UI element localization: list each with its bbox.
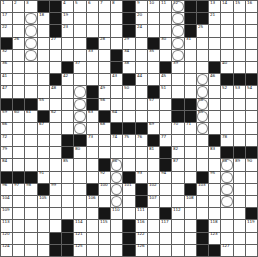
cell[interactable]: 85 — [62, 159, 73, 170]
cell[interactable] — [87, 13, 98, 24]
cell[interactable]: 84 — [1, 159, 12, 170]
cell[interactable] — [50, 50, 61, 61]
cell[interactable] — [99, 74, 110, 85]
cell[interactable]: 55 — [38, 99, 49, 110]
cell[interactable] — [136, 159, 147, 170]
cell[interactable]: 122 — [136, 233, 147, 244]
cell[interactable]: 69 — [148, 123, 159, 134]
cell[interactable]: 19 — [62, 13, 73, 24]
cell[interactable]: 4 — [62, 1, 73, 12]
cell[interactable]: 79 — [1, 147, 12, 158]
cell[interactable] — [136, 86, 147, 97]
cell[interactable] — [111, 184, 122, 195]
cell[interactable]: 64 — [111, 111, 122, 122]
cell[interactable] — [62, 123, 73, 134]
cell[interactable] — [209, 111, 220, 122]
cell[interactable] — [209, 196, 220, 207]
cell[interactable] — [148, 159, 159, 170]
cell[interactable] — [172, 13, 183, 24]
cell[interactable] — [148, 111, 159, 122]
cell[interactable] — [111, 25, 122, 36]
cell[interactable] — [197, 208, 208, 219]
cell[interactable] — [197, 50, 208, 61]
cell[interactable]: 86 — [111, 159, 122, 170]
cell[interactable] — [50, 62, 61, 73]
cell[interactable] — [62, 86, 73, 97]
cell[interactable]: 93 — [136, 172, 147, 183]
cell[interactable] — [38, 233, 49, 244]
cell[interactable] — [74, 172, 85, 183]
cell[interactable] — [62, 196, 73, 207]
cell[interactable] — [25, 233, 36, 244]
cell[interactable]: 88 — [221, 159, 232, 170]
cell[interactable]: 50 — [123, 86, 134, 97]
cell[interactable] — [197, 38, 208, 49]
cell[interactable] — [99, 196, 110, 207]
cell[interactable] — [74, 74, 85, 85]
cell[interactable]: 8 — [111, 1, 122, 12]
cell[interactable] — [221, 184, 232, 195]
cell[interactable] — [25, 38, 36, 49]
cell[interactable]: 23 — [62, 25, 73, 36]
cell[interactable]: 30 — [160, 38, 171, 49]
cell[interactable]: 40 — [221, 62, 232, 73]
cell[interactable]: 108 — [185, 196, 196, 207]
cell[interactable] — [50, 147, 61, 158]
cell[interactable] — [13, 74, 24, 85]
cell[interactable] — [111, 147, 122, 158]
cell[interactable]: 111 — [136, 208, 147, 219]
cell[interactable]: 101 — [123, 184, 134, 195]
cell[interactable] — [172, 86, 183, 97]
cell[interactable] — [25, 135, 36, 146]
cell[interactable] — [209, 159, 220, 170]
cell[interactable] — [148, 62, 159, 73]
cell[interactable]: 97 — [13, 184, 24, 195]
cell[interactable] — [13, 13, 24, 24]
cell[interactable] — [197, 62, 208, 73]
cell[interactable]: 29 — [123, 38, 134, 49]
cell[interactable] — [99, 13, 110, 24]
cell[interactable]: 123 — [209, 233, 220, 244]
cell[interactable]: 92 — [99, 172, 110, 183]
cell[interactable] — [209, 38, 220, 49]
cell[interactable] — [185, 159, 196, 170]
cell[interactable] — [25, 147, 36, 158]
cell[interactable] — [13, 25, 24, 36]
cell[interactable] — [74, 123, 85, 134]
cell[interactable]: 34 — [123, 50, 134, 61]
cell[interactable] — [234, 111, 245, 122]
cell[interactable] — [185, 220, 196, 231]
cell[interactable]: 106 — [87, 196, 98, 207]
cell[interactable] — [160, 13, 171, 24]
cell[interactable] — [111, 13, 122, 24]
cell[interactable]: 54 — [246, 86, 257, 97]
cell[interactable] — [234, 62, 245, 73]
cell[interactable] — [185, 86, 196, 97]
cell[interactable] — [136, 99, 147, 110]
cell[interactable]: 116 — [136, 220, 147, 231]
cell[interactable] — [185, 74, 196, 85]
cell[interactable] — [209, 123, 220, 134]
cell[interactable] — [221, 196, 232, 207]
cell[interactable] — [123, 196, 134, 207]
cell[interactable]: 46 — [209, 74, 220, 85]
cell[interactable]: 41 — [1, 74, 12, 85]
cell[interactable]: 24 — [136, 25, 147, 36]
cell[interactable] — [160, 184, 171, 195]
cell[interactable] — [172, 25, 183, 36]
cell[interactable] — [87, 172, 98, 183]
cell[interactable]: 121 — [74, 233, 85, 244]
cell[interactable] — [25, 74, 36, 85]
cell[interactable]: 94 — [160, 172, 171, 183]
cell[interactable]: 28 — [99, 38, 110, 49]
cell[interactable] — [234, 123, 245, 134]
cell[interactable]: 18 — [38, 13, 49, 24]
cell[interactable]: 83 — [209, 147, 220, 158]
cell[interactable]: 109 — [1, 208, 12, 219]
cell[interactable] — [246, 172, 257, 183]
cell[interactable] — [87, 62, 98, 73]
cell[interactable] — [111, 233, 122, 244]
cell[interactable]: 107 — [148, 196, 159, 207]
cell[interactable] — [38, 62, 49, 73]
cell[interactable]: 91 — [38, 172, 49, 183]
cell[interactable]: 37 — [74, 62, 85, 73]
cell[interactable]: 71 — [185, 123, 196, 134]
cell[interactable]: 70 — [172, 123, 183, 134]
cell[interactable]: 100 — [99, 184, 110, 195]
cell[interactable] — [13, 123, 24, 134]
cell[interactable] — [160, 196, 171, 207]
cell[interactable]: 33 — [87, 50, 98, 61]
cell[interactable] — [209, 208, 220, 219]
cell[interactable] — [172, 172, 183, 183]
cell[interactable]: 60 — [13, 111, 24, 122]
cell[interactable] — [74, 196, 85, 207]
cell[interactable] — [50, 196, 61, 207]
cell[interactable] — [111, 172, 122, 183]
cell[interactable] — [38, 135, 49, 146]
cell[interactable]: 25 — [197, 25, 208, 36]
cell[interactable] — [221, 123, 232, 134]
cell[interactable] — [87, 74, 98, 85]
cell[interactable] — [185, 135, 196, 146]
cell[interactable] — [25, 159, 36, 170]
cell[interactable] — [246, 111, 257, 122]
cell[interactable] — [25, 208, 36, 219]
cell[interactable]: 57 — [148, 99, 159, 110]
cell[interactable] — [221, 13, 232, 24]
cell[interactable] — [111, 245, 122, 256]
cell[interactable]: 81 — [148, 147, 159, 158]
cell[interactable] — [25, 245, 36, 256]
cell[interactable] — [99, 147, 110, 158]
cell[interactable] — [38, 74, 49, 85]
cell[interactable] — [99, 245, 110, 256]
cell[interactable] — [185, 245, 196, 256]
cell[interactable] — [221, 99, 232, 110]
cell[interactable] — [136, 50, 147, 61]
cell[interactable] — [221, 50, 232, 61]
cell[interactable] — [25, 196, 36, 207]
cell[interactable] — [197, 74, 208, 85]
cell[interactable] — [197, 147, 208, 158]
cell[interactable] — [246, 13, 257, 24]
cell[interactable]: 61 — [25, 111, 36, 122]
cell[interactable] — [185, 50, 196, 61]
cell[interactable]: 44 — [136, 74, 147, 85]
cell[interactable]: 20 — [136, 13, 147, 24]
cell[interactable] — [87, 147, 98, 158]
cell[interactable] — [234, 38, 245, 49]
cell[interactable]: 1 — [1, 1, 12, 12]
cell[interactable] — [234, 220, 245, 231]
cell[interactable]: 105 — [38, 196, 49, 207]
cell[interactable] — [25, 13, 36, 24]
cell[interactable] — [197, 123, 208, 134]
cell[interactable] — [148, 208, 159, 219]
cell[interactable]: 38 — [123, 62, 134, 73]
cell[interactable]: 63 — [87, 111, 98, 122]
cell[interactable] — [234, 208, 245, 219]
cell[interactable] — [62, 38, 73, 49]
cell[interactable] — [87, 245, 98, 256]
cell[interactable] — [197, 196, 208, 207]
cell[interactable] — [221, 38, 232, 49]
cell[interactable] — [185, 62, 196, 73]
cell[interactable]: 26 — [13, 38, 24, 49]
cell[interactable]: 6 — [87, 1, 98, 12]
cell[interactable] — [13, 245, 24, 256]
cell[interactable] — [50, 172, 61, 183]
cell[interactable]: 47 — [1, 86, 12, 97]
cell[interactable]: 62 — [50, 111, 61, 122]
cell[interactable]: 9 — [136, 1, 147, 12]
cell[interactable]: 51 — [160, 86, 171, 97]
cell[interactable] — [234, 184, 245, 195]
cell[interactable] — [160, 111, 171, 122]
cell[interactable] — [209, 25, 220, 36]
cell[interactable]: 78 — [221, 135, 232, 146]
cell[interactable] — [209, 86, 220, 97]
cell[interactable] — [197, 135, 208, 146]
cell[interactable] — [148, 233, 159, 244]
cell[interactable] — [136, 147, 147, 158]
cell[interactable] — [185, 147, 196, 158]
cell[interactable]: 14 — [221, 1, 232, 12]
cell[interactable] — [50, 99, 61, 110]
cell[interactable]: 36 — [1, 62, 12, 73]
cell[interactable]: 49 — [99, 86, 110, 97]
cell[interactable] — [160, 233, 171, 244]
cell[interactable] — [62, 208, 73, 219]
cell[interactable] — [172, 233, 183, 244]
cell[interactable]: 102 — [148, 184, 159, 195]
cell[interactable]: 74 — [111, 135, 122, 146]
cell[interactable]: 127 — [221, 245, 232, 256]
cell[interactable] — [111, 86, 122, 97]
cell[interactable] — [221, 208, 232, 219]
cell[interactable] — [38, 159, 49, 170]
cell[interactable]: 21 — [209, 13, 220, 24]
cell[interactable] — [172, 50, 183, 61]
cell[interactable] — [209, 184, 220, 195]
cell[interactable] — [74, 38, 85, 49]
cell[interactable]: 87 — [172, 159, 183, 170]
cell[interactable] — [74, 99, 85, 110]
cell[interactable] — [74, 111, 85, 122]
cell[interactable] — [13, 233, 24, 244]
cell[interactable] — [50, 135, 61, 146]
cell[interactable] — [74, 184, 85, 195]
cell[interactable] — [148, 172, 159, 183]
cell[interactable] — [148, 245, 159, 256]
cell[interactable]: 77 — [160, 135, 171, 146]
cell[interactable] — [50, 123, 61, 134]
cell[interactable] — [13, 208, 24, 219]
cell[interactable] — [62, 99, 73, 110]
cell[interactable] — [99, 135, 110, 146]
cell[interactable]: 5 — [74, 1, 85, 12]
cell[interactable] — [87, 220, 98, 231]
cell[interactable]: 48 — [50, 86, 61, 97]
cell[interactable] — [13, 86, 24, 97]
cell[interactable] — [123, 159, 134, 170]
cell[interactable] — [38, 147, 49, 158]
cell[interactable]: 42 — [62, 74, 73, 85]
cell[interactable]: 75 — [123, 135, 134, 146]
cell[interactable] — [234, 196, 245, 207]
cell[interactable]: 114 — [74, 220, 85, 231]
cell[interactable]: 56 — [99, 99, 110, 110]
cell[interactable] — [74, 86, 85, 97]
cell[interactable] — [38, 38, 49, 49]
cell[interactable]: 90 — [246, 159, 257, 170]
cell[interactable] — [246, 25, 257, 36]
cell[interactable] — [25, 25, 36, 36]
cell[interactable] — [160, 25, 171, 36]
cell[interactable] — [38, 25, 49, 36]
cell[interactable]: 52 — [221, 86, 232, 97]
cell[interactable]: 110 — [111, 208, 122, 219]
cell[interactable] — [185, 233, 196, 244]
cell[interactable]: 15 — [234, 1, 245, 12]
cell[interactable] — [172, 220, 183, 231]
cell[interactable]: 22 — [1, 25, 12, 36]
cell[interactable] — [99, 233, 110, 244]
cell[interactable] — [25, 62, 36, 73]
cell[interactable]: 117 — [160, 220, 171, 231]
cell[interactable] — [38, 220, 49, 231]
cell[interactable] — [172, 38, 183, 49]
cell[interactable] — [111, 220, 122, 231]
cell[interactable]: 98 — [25, 184, 36, 195]
cell[interactable]: 73 — [87, 135, 98, 146]
cell[interactable] — [185, 208, 196, 219]
cell[interactable] — [221, 111, 232, 122]
cell[interactable]: 27 — [50, 38, 61, 49]
cell[interactable]: 124 — [1, 245, 12, 256]
cell[interactable] — [197, 86, 208, 97]
cell[interactable] — [246, 233, 257, 244]
cell[interactable] — [25, 86, 36, 97]
cell[interactable]: 113 — [1, 220, 12, 231]
cell[interactable]: 3 — [25, 1, 36, 12]
cell[interactable] — [234, 172, 245, 183]
cell[interactable] — [25, 220, 36, 231]
cell[interactable]: 119 — [246, 220, 257, 231]
cell[interactable]: 96 — [1, 184, 12, 195]
cell[interactable]: 125 — [74, 245, 85, 256]
cell[interactable] — [50, 159, 61, 170]
cell[interactable]: 80 — [74, 147, 85, 158]
cell[interactable]: 67 — [38, 123, 49, 134]
cell[interactable] — [13, 147, 24, 158]
cell[interactable] — [185, 172, 196, 183]
cell[interactable] — [172, 184, 183, 195]
cell[interactable]: 17 — [1, 13, 12, 24]
cell[interactable] — [148, 13, 159, 24]
cell[interactable] — [13, 220, 24, 231]
cell[interactable] — [246, 245, 257, 256]
cell[interactable]: 95 — [209, 172, 220, 183]
cell[interactable]: 31 — [185, 38, 196, 49]
cell[interactable] — [172, 135, 183, 146]
cell[interactable]: 39 — [172, 62, 183, 73]
cell[interactable] — [38, 245, 49, 256]
cell[interactable] — [99, 62, 110, 73]
cell[interactable] — [74, 25, 85, 36]
cell[interactable] — [246, 196, 257, 207]
cell[interactable] — [74, 208, 85, 219]
cell[interactable] — [111, 99, 122, 110]
cell[interactable]: 11 — [160, 1, 171, 12]
cell[interactable] — [246, 62, 257, 73]
cell[interactable] — [221, 172, 232, 183]
cell[interactable] — [87, 208, 98, 219]
cell[interactable] — [50, 220, 61, 231]
cell[interactable] — [234, 245, 245, 256]
cell[interactable] — [234, 233, 245, 244]
cell[interactable]: 65 — [197, 111, 208, 122]
cell[interactable] — [111, 196, 122, 207]
cell[interactable]: 10 — [148, 1, 159, 12]
cell[interactable] — [111, 38, 122, 49]
cell[interactable]: 35 — [148, 50, 159, 61]
cell[interactable] — [62, 50, 73, 61]
cell[interactable] — [246, 99, 257, 110]
cell[interactable] — [38, 208, 49, 219]
cell[interactable] — [87, 123, 98, 134]
cell[interactable] — [99, 50, 110, 61]
cell[interactable] — [221, 220, 232, 231]
cell[interactable]: 120 — [1, 233, 12, 244]
cell[interactable] — [160, 123, 171, 134]
cell[interactable] — [123, 147, 134, 158]
cell[interactable] — [246, 123, 257, 134]
cell[interactable] — [172, 245, 183, 256]
cell[interactable]: 99 — [50, 184, 61, 195]
cell[interactable] — [99, 25, 110, 36]
cell[interactable] — [160, 99, 171, 110]
cell[interactable]: 12 — [172, 1, 183, 12]
cell[interactable] — [123, 111, 134, 122]
cell[interactable] — [246, 50, 257, 61]
cell[interactable]: 43 — [111, 74, 122, 85]
